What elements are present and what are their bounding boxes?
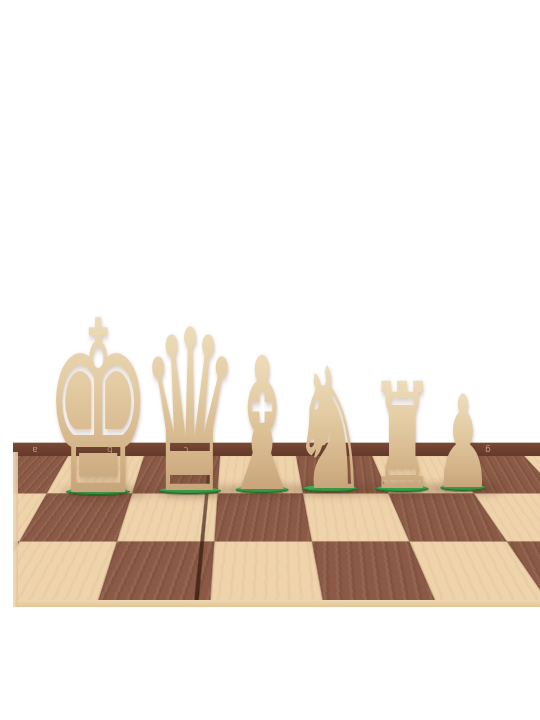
board-front-edge: [13, 600, 540, 607]
white-pawn-glyph: ♟: [434, 380, 491, 508]
white-rook-glyph: ♜: [369, 364, 435, 511]
background-left: [0, 443, 13, 608]
white-bishop-glyph: ♝: [221, 334, 303, 518]
board-left-edge: [13, 452, 18, 607]
board-square: [210, 541, 324, 605]
coordinate-label: a: [32, 444, 38, 455]
white-king-glyph: ♚: [44, 289, 152, 529]
product-photo: a b c d e f g ♚ ♛ ♝ ♞ ♜: [0, 0, 540, 720]
white-knight-glyph: ♞: [292, 347, 367, 515]
